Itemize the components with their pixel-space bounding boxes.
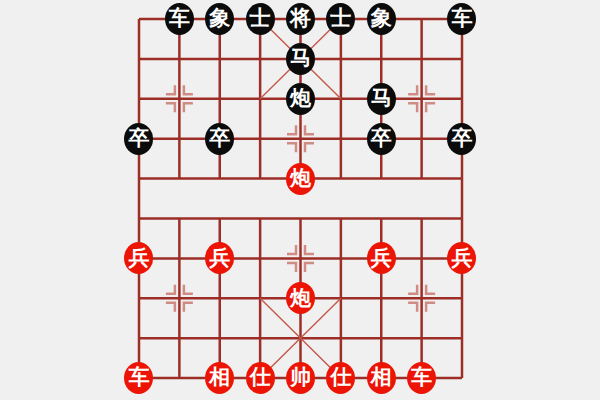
piece-black-advisor[interactable]: 士: [326, 3, 355, 35]
board-point: 相: [200, 358, 240, 398]
board-point: 炮: [280, 159, 320, 199]
piece-black-chariot[interactable]: 车: [447, 3, 476, 35]
piece-red-cannon[interactable]: 炮: [286, 282, 315, 314]
board-point: 士: [240, 0, 280, 39]
piece-black-soldier[interactable]: 卒: [205, 123, 234, 155]
board-point: 象: [200, 0, 240, 39]
piece-red-elephant[interactable]: 相: [367, 362, 396, 394]
piece-black-cannon[interactable]: 炮: [286, 83, 315, 115]
piece-red-chariot[interactable]: 车: [124, 362, 153, 394]
piece-red-advisor[interactable]: 仕: [326, 362, 355, 394]
piece-black-advisor[interactable]: 士: [246, 3, 275, 35]
board-point: 炮: [280, 79, 320, 119]
piece-black-horse[interactable]: 马: [367, 83, 396, 115]
piece-black-horse[interactable]: 马: [286, 43, 315, 75]
board-point: 士: [321, 0, 361, 39]
board-point: 卒: [442, 119, 482, 159]
board-point: 炮: [280, 278, 320, 318]
board-point: 象: [361, 0, 401, 39]
board-point: 车: [401, 358, 441, 398]
board-point: 卒: [119, 119, 159, 159]
piece-red-elephant[interactable]: 相: [205, 362, 234, 394]
piece-red-soldier[interactable]: 兵: [447, 242, 476, 274]
piece-red-cannon[interactable]: 炮: [286, 163, 315, 195]
piece-black-chariot[interactable]: 车: [165, 3, 194, 35]
piece-black-elephant[interactable]: 象: [205, 3, 234, 35]
piece-red-chariot[interactable]: 车: [407, 362, 436, 394]
piece-red-soldier[interactable]: 兵: [367, 242, 396, 274]
piece-black-general[interactable]: 将: [286, 3, 315, 35]
board-point: 兵: [442, 238, 482, 278]
board-point: 兵: [119, 238, 159, 278]
board-point: 相: [361, 358, 401, 398]
board-point: 仕: [240, 358, 280, 398]
xiangqi-diagram: 车象士将士象车马炮马卒卒卒卒炮兵兵兵兵炮车相仕帅仕相车: [0, 0, 600, 400]
piece-black-elephant[interactable]: 象: [367, 3, 396, 35]
piece-red-general[interactable]: 帅: [286, 362, 315, 394]
piece-red-soldier[interactable]: 兵: [124, 242, 153, 274]
pieces-layer: 车象士将士象车马炮马卒卒卒卒炮兵兵兵兵炮车相仕帅仕相车: [119, 0, 482, 398]
board-point: 车: [442, 0, 482, 39]
board-point: 马: [280, 39, 320, 79]
piece-red-advisor[interactable]: 仕: [246, 362, 275, 394]
board-point: 车: [159, 0, 199, 39]
board-point: 兵: [200, 238, 240, 278]
piece-black-soldier[interactable]: 卒: [124, 123, 153, 155]
board-point: 卒: [200, 119, 240, 159]
board-point: 兵: [361, 238, 401, 278]
board-point: 卒: [361, 119, 401, 159]
piece-black-soldier[interactable]: 卒: [367, 123, 396, 155]
board-point: 车: [119, 358, 159, 398]
board-point: 马: [361, 79, 401, 119]
board-point: 将: [280, 0, 320, 39]
piece-red-soldier[interactable]: 兵: [205, 242, 234, 274]
board-point: 仕: [321, 358, 361, 398]
piece-black-soldier[interactable]: 卒: [447, 123, 476, 155]
board-point: 帅: [280, 358, 320, 398]
